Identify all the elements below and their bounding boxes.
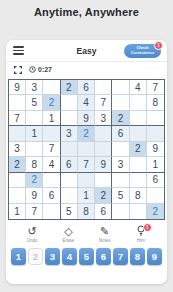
sudoku-cell[interactable]: 7 [78,157,95,172]
sudoku-cell[interactable] [61,173,78,188]
sudoku-cell[interactable] [78,173,95,188]
sudoku-app-card: Easy Check Correctness 1 0:27 9326475247… [6,40,167,284]
sudoku-cell[interactable]: 1 [78,188,95,203]
sudoku-cell[interactable]: 9 [9,80,26,95]
sudoku-cell[interactable]: 3 [61,126,78,141]
sudoku-cell[interactable] [61,95,78,110]
numpad-key-3[interactable]: 3 [45,248,60,265]
sudoku-cell[interactable] [112,173,129,188]
undo-button[interactable]: ↺ Undo [19,225,45,243]
sudoku-cell[interactable] [112,204,129,219]
sudoku-cell[interactable] [112,80,129,95]
numpad: 123456789 [6,248,167,265]
sudoku-cell[interactable]: 4 [43,157,60,172]
sudoku-cell[interactable] [61,188,78,203]
numpad-key-1[interactable]: 1 [11,248,26,265]
sudoku-cell[interactable] [43,204,60,219]
numpad-key-8[interactable]: 8 [130,248,145,265]
sudoku-cell[interactable]: 2 [130,142,147,157]
sudoku-cell[interactable]: 9 [26,188,43,203]
check-button-badge: 1 [154,41,163,50]
status-row: 0:27 [6,62,167,77]
clock-icon [29,66,36,73]
undo-label: Undo [27,238,38,243]
check-correctness-button[interactable]: Check Correctness 1 [124,44,161,58]
sudoku-cell[interactable]: 2 [95,188,112,203]
sudoku-cell[interactable]: 2 [26,173,43,188]
sudoku-cell[interactable] [130,204,147,219]
sudoku-cell[interactable]: 2 [43,95,60,110]
sudoku-cell[interactable] [9,188,26,203]
numpad-key-9[interactable]: 9 [147,248,162,265]
sudoku-cell[interactable]: 1 [26,126,43,141]
toolbar: ↺ Undo ◇ Erase ✎ Notes Hint 1 [6,225,167,243]
sudoku-cell[interactable]: 2 [78,126,95,141]
sudoku-cell[interactable] [147,111,164,126]
sudoku-cell[interactable]: 9 [95,157,112,172]
sudoku-cell[interactable]: 1 [147,157,164,172]
sudoku-cell[interactable]: 2 [9,157,26,172]
timer: 0:27 [29,66,52,73]
sudoku-cell[interactable]: 8 [78,204,95,219]
sudoku-cell[interactable] [130,157,147,172]
sudoku-cell[interactable]: 7 [43,142,60,157]
sudoku-cell[interactable]: 6 [43,188,60,203]
sudoku-cell[interactable]: 3 [112,157,129,172]
app-header: Easy Check Correctness 1 [6,40,167,62]
sudoku-cell[interactable]: 5 [26,95,43,110]
sudoku-cell[interactable] [112,142,129,157]
sudoku-cell[interactable] [43,80,60,95]
numpad-key-7[interactable]: 7 [113,248,128,265]
sudoku-cell[interactable]: 3 [9,142,26,157]
sudoku-cell[interactable] [9,95,26,110]
sudoku-cell[interactable]: 3 [26,80,43,95]
sudoku-cell[interactable] [26,142,43,157]
sudoku-cell[interactable] [130,111,147,126]
sudoku-cell[interactable]: 6 [78,80,95,95]
sudoku-cell[interactable]: 1 [9,204,26,219]
sudoku-cell[interactable]: 2 [147,204,164,219]
sudoku-cell[interactable] [95,173,112,188]
sudoku-cell[interactable] [78,142,95,157]
sudoku-grid: 9326475247871932132637292846793126961258… [9,80,164,219]
sudoku-cell[interactable] [95,142,112,157]
menu-icon[interactable] [13,44,24,57]
erase-icon: ◇ [64,225,72,237]
sudoku-cell[interactable] [112,95,129,110]
sudoku-cell[interactable] [26,111,43,126]
undo-icon: ↺ [28,225,37,237]
sudoku-cell[interactable]: 9 [147,142,164,157]
sudoku-cell[interactable]: 9 [78,111,95,126]
sudoku-board: 9326475247871932132637292846793126961258… [8,79,165,220]
sudoku-cell[interactable]: 6 [95,204,112,219]
check-button-line2: Correctness [124,51,161,56]
timer-value: 0:27 [38,66,52,73]
erase-button[interactable]: ◇ Erase [55,225,81,243]
banner-title: Anytime, Anywhere [0,6,173,18]
sudoku-cell[interactable] [95,126,112,141]
sudoku-cell[interactable]: 7 [26,204,43,219]
numpad-key-2[interactable]: 2 [28,248,43,265]
sudoku-cell[interactable]: 4 [130,80,147,95]
sudoku-cell[interactable]: 8 [147,95,164,110]
hint-button[interactable]: Hint 1 [128,225,154,243]
sudoku-cell[interactable] [9,126,26,141]
notes-icon: ✎ [100,225,109,237]
sudoku-cell[interactable]: 7 [9,111,26,126]
sudoku-cell[interactable] [130,95,147,110]
sudoku-cell[interactable]: 2 [112,111,129,126]
sudoku-cell[interactable]: 7 [147,80,164,95]
erase-label: Erase [62,238,74,243]
numpad-key-5[interactable]: 5 [79,248,94,265]
sudoku-cell[interactable]: 1 [43,111,60,126]
numpad-key-4[interactable]: 4 [62,248,77,265]
sudoku-cell[interactable]: 2 [61,80,78,95]
sudoku-cell[interactable] [61,142,78,157]
sudoku-cell[interactable] [61,111,78,126]
sudoku-cell[interactable]: 8 [26,157,43,172]
sudoku-cell[interactable] [130,126,147,141]
sudoku-cell[interactable] [147,126,164,141]
notes-label: Notes [99,238,111,243]
numpad-key-6[interactable]: 6 [96,248,111,265]
sudoku-cell[interactable]: 6 [112,126,129,141]
sudoku-cell[interactable]: 6 [147,173,164,188]
sudoku-cell[interactable]: 5 [61,204,78,219]
sudoku-cell[interactable] [43,173,60,188]
fullscreen-icon[interactable] [14,66,22,74]
sudoku-cell[interactable]: 5 [112,188,129,203]
notes-button[interactable]: ✎ Notes [92,225,118,243]
sudoku-cell[interactable]: 7 [95,95,112,110]
sudoku-cell[interactable] [9,173,26,188]
sudoku-cell[interactable]: 8 [130,188,147,203]
sudoku-cell[interactable]: 6 [61,157,78,172]
sudoku-cell[interactable] [95,80,112,95]
sudoku-cell[interactable] [130,173,147,188]
hint-badge: 1 [143,223,152,232]
sudoku-cell[interactable] [43,126,60,141]
sudoku-cell[interactable]: 4 [78,95,95,110]
hint-label: Hint [137,238,145,243]
sudoku-cell[interactable] [147,188,164,203]
sudoku-cell[interactable]: 3 [95,111,112,126]
